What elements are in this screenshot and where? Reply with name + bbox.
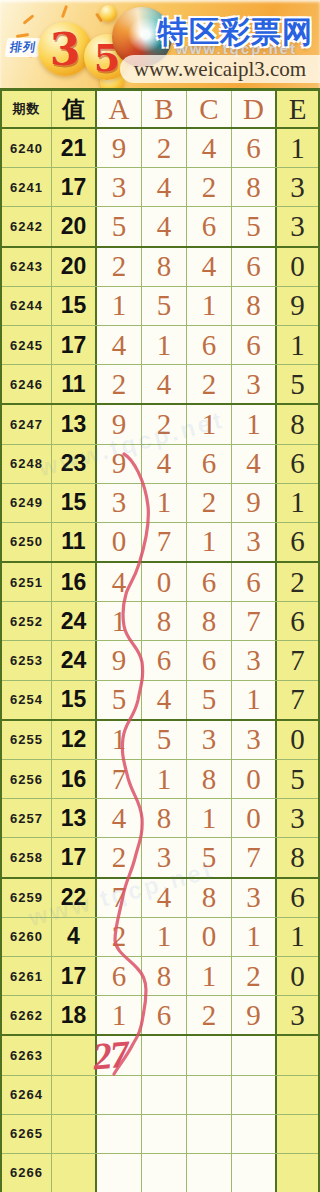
sum-cell: 13: [52, 405, 97, 443]
header-col-a: A: [97, 91, 142, 127]
digit-b-cell: [142, 1036, 187, 1074]
digit-c-cell: 6: [187, 326, 232, 364]
sum-cell: 11: [52, 523, 97, 561]
digit-c-cell: [187, 1036, 232, 1074]
table-row-6254: 62541554517: [2, 681, 318, 721]
table-row-6257: 62571348103: [2, 799, 318, 838]
digit-c-cell: 6: [187, 445, 232, 483]
period-cell: 6252: [2, 602, 52, 640]
digit-d-cell: 6: [232, 248, 277, 286]
digit-a-cell: 1: [97, 996, 142, 1034]
period-cell: 6251: [2, 563, 52, 601]
digit-b-cell: 5: [142, 287, 187, 325]
digit-a-cell: 7: [97, 760, 142, 798]
digit-c-cell: 8: [187, 602, 232, 640]
digit-e-cell: 0: [277, 248, 318, 286]
sum-cell: 23: [52, 445, 97, 483]
period-cell: 6247: [2, 405, 52, 443]
digit-d-cell: 6: [232, 129, 277, 167]
table-header-row: 期数 值 A B C D E: [2, 91, 318, 129]
sum-cell: 15: [52, 287, 97, 325]
sum-cell: 24: [52, 641, 97, 679]
digit-d-cell: [232, 1154, 277, 1192]
site-url-strip: www.weicaipl3.com: [120, 55, 320, 83]
period-cell: 6249: [2, 484, 52, 522]
digit-c-cell: 1: [187, 287, 232, 325]
digit-a-cell: 9: [97, 641, 142, 679]
table-row-6263: 6263: [2, 1036, 318, 1075]
digit-e-cell: 7: [277, 641, 318, 679]
sum-cell: 20: [52, 248, 97, 286]
gold-ball-3: 3: [38, 22, 92, 76]
digit-c-cell: 1: [187, 957, 232, 995]
table-row-6264: 6264: [2, 1076, 318, 1115]
sum-cell: 18: [52, 996, 97, 1034]
digit-a-cell: 5: [97, 681, 142, 719]
header-col-e: E: [277, 91, 318, 127]
digit-b-cell: 4: [142, 681, 187, 719]
sum-cell: [52, 1036, 97, 1074]
digit-b-cell: 8: [142, 602, 187, 640]
sum-cell: [52, 1115, 97, 1153]
digit-c-cell: 2: [187, 365, 232, 403]
digit-d-cell: 9: [232, 996, 277, 1034]
digit-c-cell: 0: [187, 918, 232, 956]
digit-c-cell: 2: [187, 168, 232, 206]
digit-a-cell: 7: [97, 879, 142, 917]
sum-cell: [52, 1154, 97, 1192]
digit-b-cell: 5: [142, 721, 187, 759]
header-col-b: B: [142, 91, 187, 127]
digit-e-cell: 7: [277, 681, 318, 719]
digit-c-cell: 5: [187, 838, 232, 876]
table-row-6243: 62432028460: [2, 248, 318, 287]
digit-e-cell: 1: [277, 129, 318, 167]
digit-e-cell: 5: [277, 760, 318, 798]
digit-e-cell: [277, 1115, 318, 1153]
digit-a-cell: 3: [97, 168, 142, 206]
sum-cell: 15: [52, 681, 97, 719]
digit-a-cell: 6: [97, 957, 142, 995]
digit-e-cell: 6: [277, 602, 318, 640]
digit-d-cell: [232, 1115, 277, 1153]
period-cell: 6260: [2, 918, 52, 956]
period-cell: 6263: [2, 1036, 52, 1074]
digit-b-cell: 7: [142, 523, 187, 561]
period-cell: 6240: [2, 129, 52, 167]
digit-d-cell: 0: [232, 799, 277, 837]
period-cell: 6257: [2, 799, 52, 837]
digit-b-cell: 4: [142, 879, 187, 917]
digit-c-cell: [187, 1115, 232, 1153]
digit-d-cell: 4: [232, 445, 277, 483]
period-cell: 6244: [2, 287, 52, 325]
digit-b-cell: 6: [142, 641, 187, 679]
digit-c-cell: 6: [187, 207, 232, 245]
digit-b-cell: 3: [142, 838, 187, 876]
period-cell: 6248: [2, 445, 52, 483]
site-name: 特区彩票网: [158, 12, 313, 53]
digit-a-cell: 4: [97, 326, 142, 364]
sum-cell: 11: [52, 365, 97, 403]
digit-b-cell: 4: [142, 168, 187, 206]
digit-b-cell: [142, 1115, 187, 1153]
period-cell: 6253: [2, 641, 52, 679]
digit-e-cell: 8: [277, 838, 318, 876]
digit-e-cell: 3: [277, 996, 318, 1034]
table-row-6255: 62551215330: [2, 721, 318, 760]
digit-a-cell: 4: [97, 799, 142, 837]
digit-e-cell: 1: [277, 326, 318, 364]
table-row-6256: 62561671805: [2, 760, 318, 799]
digit-b-cell: [142, 1154, 187, 1192]
table-row-6244: 62441515189: [2, 287, 318, 326]
digit-e-cell: 6: [277, 523, 318, 561]
period-cell: 6261: [2, 957, 52, 995]
sum-cell: 13: [52, 799, 97, 837]
brand-digit-3: 3: [50, 24, 81, 75]
digit-e-cell: 3: [277, 799, 318, 837]
digit-d-cell: 6: [232, 326, 277, 364]
digit-d-cell: 1: [232, 681, 277, 719]
site-banner: 排列 3 5 特区彩票网 www.tqcp.net www.weicaipl3.…: [0, 0, 320, 88]
digit-e-cell: 8: [277, 405, 318, 443]
digit-d-cell: 3: [232, 879, 277, 917]
digit-d-cell: 3: [232, 523, 277, 561]
digit-b-cell: 2: [142, 405, 187, 443]
table-row-6248: 62482394646: [2, 445, 318, 484]
digit-d-cell: 8: [232, 287, 277, 325]
digit-d-cell: 7: [232, 602, 277, 640]
sum-cell: 15: [52, 484, 97, 522]
table-row-6259: 62592274836: [2, 879, 318, 918]
digit-e-cell: 0: [277, 721, 318, 759]
digit-b-cell: [142, 1076, 187, 1114]
digit-b-cell: 2: [142, 129, 187, 167]
digit-c-cell: [187, 1154, 232, 1192]
period-cell: 6254: [2, 681, 52, 719]
sum-cell: 17: [52, 326, 97, 364]
digit-a-cell: 2: [97, 248, 142, 286]
period-cell: 6242: [2, 207, 52, 245]
period-cell: 6265: [2, 1115, 52, 1153]
table-row-6265: 6265: [2, 1115, 318, 1154]
digit-a-cell: [97, 1154, 142, 1192]
table-row-6258: 62581723578: [2, 838, 318, 878]
table-row-6245: 62451741661: [2, 326, 318, 365]
digit-c-cell: 3: [187, 721, 232, 759]
digit-d-cell: 2: [232, 957, 277, 995]
table-row-6266: 6266: [2, 1154, 318, 1192]
digit-d-cell: 0: [232, 760, 277, 798]
digit-e-cell: 1: [277, 918, 318, 956]
sum-cell: 17: [52, 168, 97, 206]
period-cell: 6245: [2, 326, 52, 364]
digit-a-cell: 9: [97, 129, 142, 167]
table-row-6241: 62411734283: [2, 168, 318, 207]
digit-b-cell: 6: [142, 996, 187, 1034]
digit-b-cell: 4: [142, 365, 187, 403]
sum-cell: 16: [52, 760, 97, 798]
digit-e-cell: 3: [277, 207, 318, 245]
table-row-6260: 6260421011: [2, 918, 318, 957]
table-row-6249: 62491531291: [2, 484, 318, 523]
digit-d-cell: 6: [232, 563, 277, 601]
digit-e-cell: 3: [277, 168, 318, 206]
digit-d-cell: 1: [232, 918, 277, 956]
period-cell: 6264: [2, 1076, 52, 1114]
digit-d-cell: 1: [232, 405, 277, 443]
digit-b-cell: 4: [142, 445, 187, 483]
digit-c-cell: 8: [187, 879, 232, 917]
digit-b-cell: 8: [142, 248, 187, 286]
digit-c-cell: 6: [187, 563, 232, 601]
digit-e-cell: 0: [277, 957, 318, 995]
digit-d-cell: [232, 1076, 277, 1114]
sum-cell: 17: [52, 838, 97, 876]
digit-a-cell: 2: [97, 918, 142, 956]
digit-e-cell: 9: [277, 287, 318, 325]
table-row-6250: 62501107136: [2, 523, 318, 563]
digit-c-cell: 4: [187, 248, 232, 286]
period-cell: 6262: [2, 996, 52, 1034]
digit-a-cell: 1: [97, 721, 142, 759]
digit-b-cell: 0: [142, 563, 187, 601]
digit-a-cell: 1: [97, 287, 142, 325]
table-row-6262: 62621816293: [2, 996, 318, 1036]
digit-e-cell: 6: [277, 879, 318, 917]
period-cell: 6255: [2, 721, 52, 759]
digit-a-cell: 0: [97, 523, 142, 561]
sum-cell: 20: [52, 207, 97, 245]
digit-e-cell: [277, 1076, 318, 1114]
digit-a-cell: 4: [97, 563, 142, 601]
site-url: www.weicaipl3.com: [134, 57, 306, 82]
brand-pailie-label: 排列: [5, 38, 42, 57]
digit-c-cell: 1: [187, 799, 232, 837]
period-cell: 6246: [2, 365, 52, 403]
digit-a-cell: 2: [97, 838, 142, 876]
digit-c-cell: 1: [187, 523, 232, 561]
digit-d-cell: 5: [232, 207, 277, 245]
digit-b-cell: 1: [142, 918, 187, 956]
digit-d-cell: 3: [232, 365, 277, 403]
header-sum: 值: [52, 91, 97, 127]
digit-e-cell: 6: [277, 445, 318, 483]
digit-c-cell: 4: [187, 129, 232, 167]
table-row-6246: 62461124235: [2, 365, 318, 405]
digit-d-cell: 7: [232, 838, 277, 876]
header-period: 期数: [2, 91, 52, 127]
digit-d-cell: 8: [232, 168, 277, 206]
digit-e-cell: 1: [277, 484, 318, 522]
period-cell: 6266: [2, 1154, 52, 1192]
digit-c-cell: 2: [187, 484, 232, 522]
table-row-6247: 62471392118: [2, 405, 318, 444]
digit-b-cell: 8: [142, 957, 187, 995]
digit-a-cell: 5: [97, 207, 142, 245]
period-cell: 6256: [2, 760, 52, 798]
table-row-6240: 62402192461: [2, 129, 318, 168]
handwritten-27: 27: [91, 1032, 129, 1079]
digit-c-cell: 6: [187, 641, 232, 679]
digit-c-cell: 1: [187, 405, 232, 443]
table-row-6252: 62522418876: [2, 602, 318, 641]
digit-e-cell: [277, 1036, 318, 1074]
table-row-6261: 62611768120: [2, 957, 318, 996]
digit-b-cell: 1: [142, 326, 187, 364]
digit-d-cell: 9: [232, 484, 277, 522]
digit-d-cell: 3: [232, 641, 277, 679]
digit-e-cell: 2: [277, 563, 318, 601]
digit-a-cell: 9: [97, 405, 142, 443]
digit-d-cell: 3: [232, 721, 277, 759]
period-cell: 6250: [2, 523, 52, 561]
gold-ball-small-top: [100, 5, 117, 22]
period-cell: 6243: [2, 248, 52, 286]
period-cell: 6259: [2, 879, 52, 917]
digit-c-cell: 8: [187, 760, 232, 798]
digit-b-cell: 8: [142, 799, 187, 837]
period-cell: 6258: [2, 838, 52, 876]
digit-a-cell: 2: [97, 365, 142, 403]
digit-a-cell: [97, 1115, 142, 1153]
sum-cell: 4: [52, 918, 97, 956]
digit-b-cell: 1: [142, 484, 187, 522]
sum-cell: 24: [52, 602, 97, 640]
sum-cell: 17: [52, 957, 97, 995]
digit-a-cell: 9: [97, 445, 142, 483]
digit-c-cell: 5: [187, 681, 232, 719]
table-row-6251: 62511640662: [2, 563, 318, 602]
sum-cell: [52, 1076, 97, 1114]
digit-d-cell: [232, 1036, 277, 1074]
digit-b-cell: 1: [142, 760, 187, 798]
table-row-6253: 62532496637: [2, 641, 318, 680]
trend-chart-table: 期数 值 A B C D E 6240219246162411734283624…: [0, 88, 320, 1192]
digit-c-cell: [187, 1076, 232, 1114]
digit-e-cell: [277, 1154, 318, 1192]
digit-e-cell: 5: [277, 365, 318, 403]
digit-a-cell: [97, 1076, 142, 1114]
header-col-c: C: [187, 91, 232, 127]
digit-c-cell: 2: [187, 996, 232, 1034]
header-col-d: D: [232, 91, 277, 127]
digit-a-cell: 3: [97, 484, 142, 522]
sum-cell: 21: [52, 129, 97, 167]
table-row-6242: 62422054653: [2, 207, 318, 247]
digit-a-cell: 1: [97, 602, 142, 640]
digit-b-cell: 4: [142, 207, 187, 245]
sum-cell: 12: [52, 721, 97, 759]
sum-cell: 16: [52, 563, 97, 601]
period-cell: 6241: [2, 168, 52, 206]
sum-cell: 22: [52, 879, 97, 917]
